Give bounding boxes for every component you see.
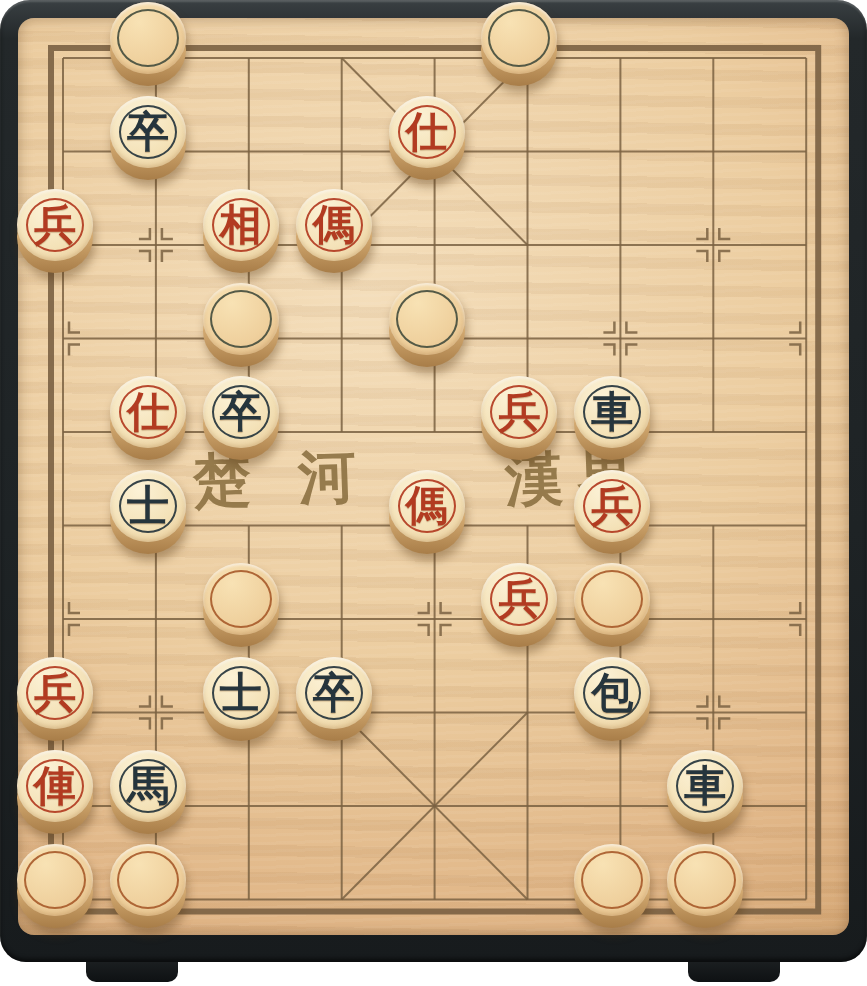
- piece-character: 卒: [296, 657, 372, 729]
- piece-black-soldier[interactable]: 卒: [109, 92, 187, 180]
- piece-character: 兵: [17, 189, 93, 261]
- piece-face: [17, 844, 93, 916]
- piece-face: [203, 563, 279, 635]
- piece-black-chariot[interactable]: 車: [666, 746, 744, 834]
- piece-face: 士: [203, 657, 279, 729]
- piece-character: 兵: [17, 657, 93, 729]
- piece-face: 兵: [574, 470, 650, 542]
- piece-character: 仕: [389, 96, 465, 168]
- piece-face: [667, 844, 743, 916]
- piece-hidden-black[interactable]: [109, 0, 187, 86]
- piece-face: 兵: [17, 657, 93, 729]
- piece-ring: [210, 290, 272, 348]
- piece-character: 車: [574, 376, 650, 448]
- piece-black-horse[interactable]: 馬: [109, 746, 187, 834]
- piece-ring: [117, 9, 179, 67]
- pieces-layer: 卒仕兵相傌仕卒兵車士傌兵兵兵士卒包俥馬車: [17, 11, 853, 946]
- piece-black-advisor[interactable]: 士: [109, 466, 187, 554]
- piece-face: [110, 2, 186, 74]
- piece-face: 相: [203, 189, 279, 261]
- piece-black-soldier[interactable]: 卒: [295, 653, 373, 741]
- piece-character: 俥: [17, 750, 93, 822]
- piece-character: 兵: [574, 470, 650, 542]
- piece-red-chariot[interactable]: 俥: [16, 746, 94, 834]
- piece-hidden-red[interactable]: [16, 840, 94, 928]
- piece-red-advisor[interactable]: 仕: [388, 92, 466, 180]
- piece-ring: [488, 9, 550, 67]
- piece-face: 車: [667, 750, 743, 822]
- piece-face: 包: [574, 657, 650, 729]
- piece-face: 卒: [203, 376, 279, 448]
- piece-hidden-black[interactable]: [388, 279, 466, 367]
- piece-face: 車: [574, 376, 650, 448]
- piece-face: [110, 844, 186, 916]
- piece-face: 卒: [110, 96, 186, 168]
- piece-face: 傌: [296, 189, 372, 261]
- piece-hidden-red[interactable]: [573, 840, 651, 928]
- piece-face: 兵: [481, 563, 557, 635]
- piece-red-soldier[interactable]: 兵: [480, 559, 558, 647]
- piece-red-advisor[interactable]: 仕: [109, 372, 187, 460]
- piece-character: 包: [574, 657, 650, 729]
- piece-character: 車: [667, 750, 743, 822]
- piece-face: 兵: [481, 376, 557, 448]
- piece-hidden-red[interactable]: [573, 559, 651, 647]
- piece-red-horse[interactable]: 傌: [295, 185, 373, 273]
- xiangqi-board-app: 楚 河 漢 界 卒仕兵相傌仕卒兵車士傌兵兵兵士卒包俥馬車: [0, 0, 867, 986]
- piece-red-soldier[interactable]: 兵: [16, 653, 94, 741]
- piece-hidden-black[interactable]: [202, 279, 280, 367]
- piece-red-horse[interactable]: 傌: [388, 466, 466, 554]
- piece-ring: [210, 570, 272, 628]
- piece-face: 傌: [389, 470, 465, 542]
- piece-character: 卒: [203, 376, 279, 448]
- piece-black-advisor[interactable]: 士: [202, 653, 280, 741]
- piece-red-elephant[interactable]: 相: [202, 185, 280, 273]
- piece-face: 卒: [296, 657, 372, 729]
- piece-red-soldier[interactable]: 兵: [573, 466, 651, 554]
- piece-ring: [581, 570, 643, 628]
- piece-ring: [24, 851, 86, 909]
- piece-face: 馬: [110, 750, 186, 822]
- piece-face: [574, 563, 650, 635]
- piece-hidden-black[interactable]: [480, 0, 558, 86]
- piece-character: 兵: [481, 563, 557, 635]
- piece-face: [574, 844, 650, 916]
- piece-hidden-red[interactable]: [202, 559, 280, 647]
- piece-face: 兵: [17, 189, 93, 261]
- piece-black-chariot[interactable]: 車: [573, 372, 651, 460]
- piece-red-soldier[interactable]: 兵: [16, 185, 94, 273]
- piece-character: 傌: [389, 470, 465, 542]
- piece-character: 兵: [481, 376, 557, 448]
- piece-hidden-red[interactable]: [666, 840, 744, 928]
- piece-face: 仕: [110, 376, 186, 448]
- piece-red-soldier[interactable]: 兵: [480, 372, 558, 460]
- piece-face: [389, 283, 465, 355]
- piece-black-soldier[interactable]: 卒: [202, 372, 280, 460]
- piece-face: [203, 283, 279, 355]
- piece-hidden-red[interactable]: [109, 840, 187, 928]
- piece-face: 士: [110, 470, 186, 542]
- piece-character: 仕: [110, 376, 186, 448]
- piece-character: 卒: [110, 96, 186, 168]
- piece-face: 俥: [17, 750, 93, 822]
- piece-character: 士: [110, 470, 186, 542]
- piece-character: 相: [203, 189, 279, 261]
- piece-ring: [117, 851, 179, 909]
- piece-character: 傌: [296, 189, 372, 261]
- piece-ring: [674, 851, 736, 909]
- piece-ring: [396, 290, 458, 348]
- piece-face: [481, 2, 557, 74]
- piece-character: 士: [203, 657, 279, 729]
- piece-black-cannon[interactable]: 包: [573, 653, 651, 741]
- piece-character: 馬: [110, 750, 186, 822]
- piece-ring: [581, 851, 643, 909]
- piece-face: 仕: [389, 96, 465, 168]
